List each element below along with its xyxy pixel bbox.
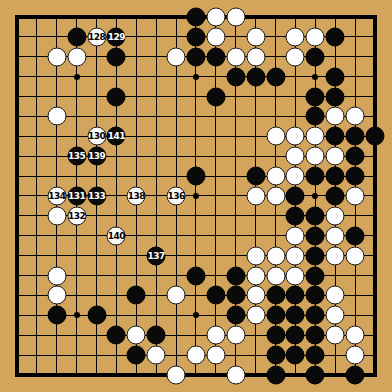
white-stone[interactable] (326, 286, 345, 305)
black-stone[interactable] (326, 87, 345, 106)
white-stone[interactable] (147, 346, 166, 365)
black-stone[interactable] (306, 306, 325, 325)
move-number-label: 138 (128, 191, 145, 200)
white-stone[interactable] (206, 346, 225, 365)
black-stone[interactable] (226, 67, 245, 86)
black-stone[interactable] (346, 226, 365, 245)
white-stone[interactable] (286, 47, 305, 66)
white-stone[interactable] (266, 167, 285, 186)
white-stone[interactable] (306, 127, 325, 146)
black-stone[interactable] (346, 167, 365, 186)
black-stone[interactable] (206, 87, 225, 106)
white-stone-move-140[interactable]: 140 (107, 226, 126, 245)
black-stone[interactable] (206, 286, 225, 305)
black-stone[interactable] (326, 167, 345, 186)
white-stone[interactable] (246, 27, 265, 46)
white-stone[interactable] (326, 206, 345, 225)
white-stone[interactable] (326, 226, 345, 245)
black-stone[interactable] (127, 346, 146, 365)
black-stone[interactable] (107, 87, 126, 106)
white-stone[interactable] (346, 346, 365, 365)
black-stone[interactable] (246, 67, 265, 86)
black-stone-move-137[interactable]: 137 (147, 246, 166, 265)
white-stone[interactable] (206, 326, 225, 345)
black-stone-move-135[interactable]: 135 (67, 147, 86, 166)
black-stone[interactable] (186, 167, 205, 186)
white-stone[interactable] (266, 127, 285, 146)
black-stone[interactable] (346, 365, 365, 384)
black-stone[interactable] (306, 87, 325, 106)
star-point (193, 74, 199, 80)
white-stone[interactable] (127, 326, 146, 345)
white-stone-move-130[interactable]: 130 (87, 127, 106, 146)
move-number-label: 128 (88, 32, 105, 41)
white-stone[interactable] (167, 365, 186, 384)
white-stone[interactable] (246, 186, 265, 205)
white-stone-move-138[interactable]: 138 (127, 186, 146, 205)
grid-line-vertical (215, 17, 216, 375)
black-stone[interactable] (226, 286, 245, 305)
black-stone[interactable] (306, 226, 325, 245)
black-stone[interactable] (286, 326, 305, 345)
star-point (74, 312, 80, 318)
white-stone[interactable] (286, 147, 305, 166)
white-stone[interactable] (167, 47, 186, 66)
black-stone[interactable] (365, 127, 384, 146)
white-stone[interactable] (286, 27, 305, 46)
star-point (312, 193, 318, 199)
go-board[interactable]: 1281291301411351391341311331381361321401… (0, 0, 392, 392)
black-stone[interactable] (266, 67, 285, 86)
black-stone[interactable] (87, 306, 106, 325)
black-stone-move-133[interactable]: 133 (87, 186, 106, 205)
black-stone[interactable] (226, 266, 245, 285)
white-stone[interactable] (246, 286, 265, 305)
black-stone[interactable] (186, 47, 205, 66)
black-stone[interactable] (326, 186, 345, 205)
white-stone[interactable] (246, 47, 265, 66)
black-stone[interactable] (127, 286, 146, 305)
black-stone[interactable] (266, 286, 285, 305)
black-stone[interactable] (186, 266, 205, 285)
white-stone-move-128[interactable]: 128 (87, 27, 106, 46)
white-stone[interactable] (326, 306, 345, 325)
black-stone[interactable] (107, 326, 126, 345)
black-stone[interactable] (306, 167, 325, 186)
black-stone[interactable] (186, 8, 205, 27)
star-point (193, 193, 199, 199)
black-stone[interactable] (266, 326, 285, 345)
white-stone[interactable] (226, 326, 245, 345)
star-point (74, 74, 80, 80)
white-stone[interactable] (167, 286, 186, 305)
white-stone[interactable] (266, 266, 285, 285)
white-stone[interactable] (266, 186, 285, 205)
move-number-label: 136 (167, 191, 184, 200)
white-stone[interactable] (346, 107, 365, 126)
black-stone[interactable] (306, 47, 325, 66)
black-stone[interactable] (107, 47, 126, 66)
move-number-label: 129 (108, 32, 125, 41)
move-number-label: 130 (88, 132, 105, 141)
black-stone[interactable] (246, 167, 265, 186)
white-stone[interactable] (346, 186, 365, 205)
white-stone[interactable] (266, 246, 285, 265)
white-stone[interactable] (306, 27, 325, 46)
white-stone[interactable] (286, 127, 305, 146)
black-stone[interactable] (306, 365, 325, 384)
white-stone-move-132[interactable]: 132 (67, 206, 86, 225)
black-stone[interactable] (266, 306, 285, 325)
white-stone[interactable] (306, 147, 325, 166)
black-stone[interactable] (306, 206, 325, 225)
black-stone[interactable] (206, 47, 225, 66)
white-stone[interactable] (286, 266, 305, 285)
white-stone[interactable] (326, 107, 345, 126)
white-stone[interactable] (346, 246, 365, 265)
move-number-label: 132 (68, 211, 85, 220)
white-stone[interactable] (47, 266, 66, 285)
white-stone[interactable] (186, 346, 205, 365)
white-stone[interactable] (226, 8, 245, 27)
white-stone[interactable] (67, 47, 86, 66)
star-point (193, 312, 199, 318)
white-stone[interactable] (246, 306, 265, 325)
move-number-label: 133 (88, 191, 105, 200)
black-stone-move-139[interactable]: 139 (87, 147, 106, 166)
move-number-label: 134 (48, 191, 65, 200)
black-stone[interactable] (326, 27, 345, 46)
move-number-label: 140 (108, 231, 125, 240)
black-stone[interactable] (266, 365, 285, 384)
white-stone[interactable] (206, 8, 225, 27)
move-number-label: 131 (68, 191, 85, 200)
black-stone[interactable] (346, 127, 365, 146)
black-stone[interactable] (286, 286, 305, 305)
black-stone[interactable] (286, 186, 305, 205)
black-stone[interactable] (346, 147, 365, 166)
black-stone[interactable] (147, 326, 166, 345)
move-number-label: 139 (88, 152, 105, 161)
black-stone-move-131[interactable]: 131 (67, 186, 86, 205)
white-stone-move-134[interactable]: 134 (47, 186, 66, 205)
white-stone[interactable] (346, 326, 365, 345)
black-stone[interactable] (67, 27, 86, 46)
white-stone[interactable] (47, 206, 66, 225)
black-stone[interactable] (306, 266, 325, 285)
white-stone[interactable] (246, 266, 265, 285)
white-stone[interactable] (206, 27, 225, 46)
black-stone[interactable] (326, 127, 345, 146)
star-point (312, 74, 318, 80)
black-stone[interactable] (266, 346, 285, 365)
black-stone[interactable] (306, 246, 325, 265)
black-stone[interactable] (306, 107, 325, 126)
white-stone[interactable] (47, 286, 66, 305)
white-stone[interactable] (226, 365, 245, 384)
white-stone[interactable] (286, 246, 305, 265)
white-stone[interactable] (326, 326, 345, 345)
white-stone[interactable] (246, 246, 265, 265)
white-stone-move-136[interactable]: 136 (167, 186, 186, 205)
move-number-label: 135 (68, 152, 85, 161)
black-stone[interactable] (306, 286, 325, 305)
white-stone[interactable] (286, 226, 305, 245)
go-diagram: 1281291301411351391341311331381361321401… (0, 0, 392, 392)
black-stone[interactable] (306, 326, 325, 345)
black-stone[interactable] (186, 27, 205, 46)
move-number-label: 141 (108, 132, 125, 141)
black-stone[interactable] (286, 206, 305, 225)
black-stone[interactable] (47, 306, 66, 325)
black-stone[interactable] (226, 306, 245, 325)
black-stone[interactable] (326, 67, 345, 86)
move-number-label: 137 (148, 251, 165, 260)
black-stone[interactable] (286, 346, 305, 365)
black-stone[interactable] (286, 306, 305, 325)
white-stone[interactable] (326, 147, 345, 166)
white-stone[interactable] (47, 47, 66, 66)
black-stone[interactable] (306, 346, 325, 365)
white-stone[interactable] (286, 167, 305, 186)
white-stone[interactable] (326, 246, 345, 265)
white-stone[interactable] (226, 47, 245, 66)
black-stone-move-141[interactable]: 141 (107, 127, 126, 146)
white-stone[interactable] (47, 107, 66, 126)
black-stone-move-129[interactable]: 129 (107, 27, 126, 46)
